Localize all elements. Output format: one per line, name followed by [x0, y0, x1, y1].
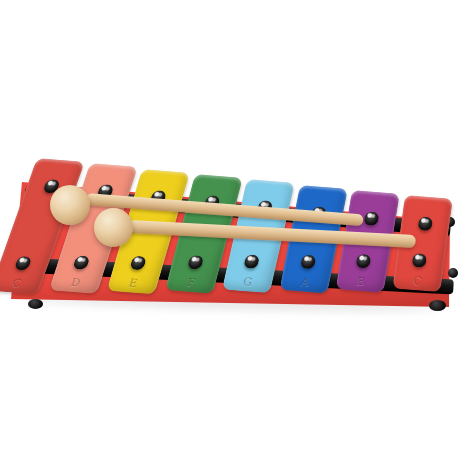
- note-label: D: [49, 275, 101, 293]
- bar-screw-bottom: [186, 255, 204, 270]
- mallet-head: [94, 208, 133, 247]
- bar-screw-bottom: [14, 256, 33, 271]
- bar-screw-bottom: [411, 253, 427, 268]
- bar-screw-bottom: [299, 254, 316, 269]
- bar-screw-bottom: [243, 254, 260, 269]
- note-label: F: [165, 274, 216, 292]
- rubber-foot: [429, 300, 446, 311]
- bar-screw-bottom: [129, 255, 147, 270]
- mallet-head: [50, 185, 90, 225]
- note-label: E: [107, 274, 159, 292]
- note-label: G: [222, 274, 273, 292]
- bar-screw-top: [417, 216, 433, 231]
- rail-end-screw: [448, 268, 458, 278]
- note-label: C: [392, 273, 442, 291]
- product-photo-stage: CDEFGABC: [0, 0, 470, 470]
- note-label: A: [279, 273, 330, 291]
- rubber-foot: [28, 299, 43, 309]
- bar-screw-top: [363, 211, 379, 226]
- bar-screw-bottom: [72, 256, 90, 271]
- note-label: B: [336, 273, 386, 291]
- bar-screw-bottom: [355, 253, 371, 268]
- note-label: C: [0, 275, 43, 293]
